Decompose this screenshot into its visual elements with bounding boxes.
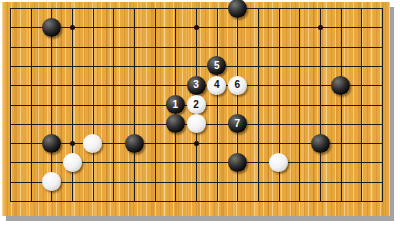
white-stone[interactable]: 4: [207, 76, 226, 95]
star-point: [194, 25, 199, 30]
star-point: [70, 141, 75, 146]
move-number-label: 1: [173, 100, 179, 110]
black-stone[interactable]: 3: [187, 76, 206, 95]
white-stone[interactable]: [187, 114, 206, 133]
move-number-label: 7: [235, 119, 241, 129]
black-stone[interactable]: [228, 153, 247, 172]
black-stone[interactable]: [311, 134, 330, 153]
grid-horizontal-line: [10, 47, 383, 48]
white-stone[interactable]: [42, 172, 61, 191]
grid-horizontal-line: [10, 201, 383, 202]
white-stone[interactable]: [83, 134, 102, 153]
black-stone[interactable]: [42, 18, 61, 37]
move-number-label: 6: [235, 80, 241, 90]
black-stone[interactable]: 1: [166, 95, 185, 114]
black-stone[interactable]: 7: [228, 114, 247, 133]
black-stone[interactable]: [125, 134, 144, 153]
move-number-label: 4: [214, 80, 220, 90]
move-number-label: 2: [193, 100, 199, 110]
black-stone[interactable]: [42, 134, 61, 153]
white-stone[interactable]: 2: [187, 95, 206, 114]
black-stone[interactable]: 5: [207, 56, 226, 75]
move-number-label: 5: [214, 61, 220, 71]
star-point: [70, 25, 75, 30]
goban-grid[interactable]: 5346127: [0, 0, 400, 229]
grid-horizontal-line: [10, 66, 383, 67]
black-stone[interactable]: [228, 0, 247, 18]
grid-horizontal-line: [10, 182, 383, 183]
go-diagram-page: 5346127: [0, 0, 400, 229]
star-point: [194, 141, 199, 146]
white-stone[interactable]: [269, 153, 288, 172]
black-stone[interactable]: [166, 114, 185, 133]
move-number-label: 3: [193, 80, 199, 90]
grid-horizontal-line: [10, 8, 383, 9]
white-stone[interactable]: [63, 153, 82, 172]
white-stone[interactable]: 6: [228, 76, 247, 95]
star-point: [318, 25, 323, 30]
black-stone[interactable]: [331, 76, 350, 95]
